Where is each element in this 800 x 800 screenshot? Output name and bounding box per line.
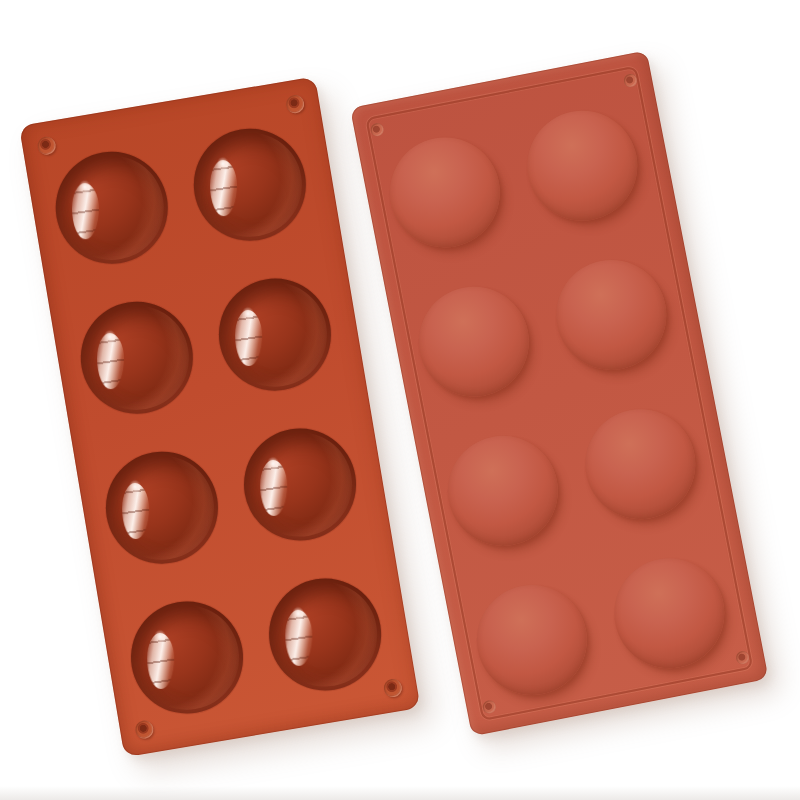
hemisphere-dome xyxy=(518,101,647,230)
hemisphere-dome xyxy=(380,128,509,257)
hemisphere-cavity xyxy=(97,443,226,572)
cavity-sheen xyxy=(128,598,247,717)
hemisphere-dome xyxy=(605,549,734,678)
corner-hole xyxy=(622,72,637,87)
product-photo xyxy=(0,0,800,800)
corner-hole xyxy=(36,135,57,156)
hemisphere-cavity xyxy=(210,270,339,399)
cavity-sheen xyxy=(191,125,310,244)
hemisphere-dome xyxy=(576,400,705,529)
cavity-sheen xyxy=(103,448,222,567)
cavity-sheen xyxy=(241,425,360,544)
hemisphere-cavity xyxy=(185,120,314,249)
matte-hemisphere-mold-back xyxy=(350,50,769,736)
cavity-sheen xyxy=(216,275,335,394)
cavity-sheen xyxy=(52,148,171,267)
cavity-sheen xyxy=(266,575,385,694)
corner-hole xyxy=(285,94,306,115)
corner-hole xyxy=(383,678,404,699)
hemisphere-cavity xyxy=(236,420,365,549)
hemisphere-dome xyxy=(409,277,538,406)
hemisphere-cavity xyxy=(47,143,176,272)
glossy-hemisphere-mold-front xyxy=(19,76,421,757)
background-floor-shadow xyxy=(0,786,800,800)
hemisphere-cavity xyxy=(261,570,390,699)
hemisphere-cavity xyxy=(72,293,201,422)
corner-hole xyxy=(481,699,496,714)
corner-hole xyxy=(134,719,155,740)
hemisphere-dome xyxy=(438,426,567,555)
hemisphere-cavity xyxy=(123,593,252,722)
hemisphere-dome xyxy=(467,576,596,705)
cavity-sheen xyxy=(78,298,197,417)
corner-hole xyxy=(369,122,384,137)
corner-hole xyxy=(734,650,749,665)
hemisphere-dome xyxy=(547,250,676,379)
